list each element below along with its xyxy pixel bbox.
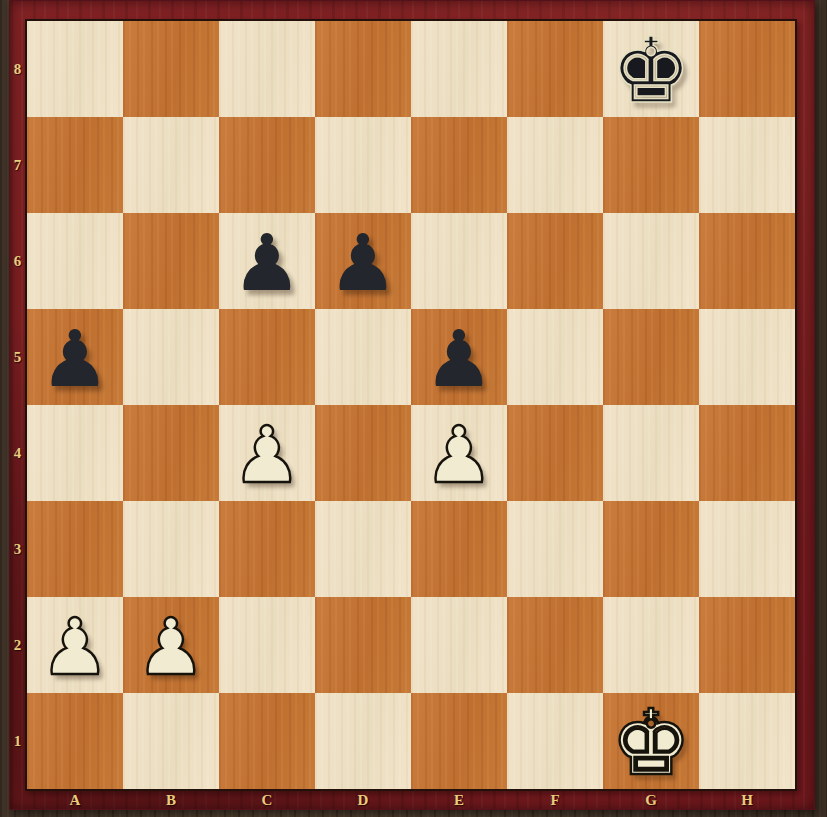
square-f8[interactable]: [507, 21, 603, 117]
square-f4[interactable]: [507, 405, 603, 501]
square-d1[interactable]: [315, 693, 411, 789]
rank-label-4: 4: [10, 405, 25, 501]
square-b4[interactable]: [123, 405, 219, 501]
square-g5[interactable]: [603, 309, 699, 405]
white-pawn[interactable]: ♟: [123, 599, 219, 695]
square-h7[interactable]: [699, 117, 795, 213]
square-a3[interactable]: [27, 501, 123, 597]
white-pawn[interactable]: ♟: [219, 407, 315, 503]
square-a1[interactable]: [27, 693, 123, 789]
square-f1[interactable]: [507, 693, 603, 789]
white-pawn[interactable]: ♟: [411, 407, 507, 503]
black-pawn[interactable]: ♟: [411, 311, 507, 407]
square-e2[interactable]: [411, 597, 507, 693]
square-g3[interactable]: [603, 501, 699, 597]
black-pawn[interactable]: ♟: [27, 311, 123, 407]
square-e7[interactable]: [411, 117, 507, 213]
square-h2[interactable]: [699, 597, 795, 693]
file-label-d: D: [315, 790, 411, 810]
square-b6[interactable]: [123, 213, 219, 309]
white-king[interactable]: ♚: [603, 695, 699, 791]
square-c4[interactable]: ♟: [219, 405, 315, 501]
rank-label-8: 8: [10, 21, 25, 117]
square-b8[interactable]: [123, 21, 219, 117]
square-g2[interactable]: [603, 597, 699, 693]
square-c6[interactable]: ♟: [219, 213, 315, 309]
file-label-c: C: [219, 790, 315, 810]
square-f2[interactable]: [507, 597, 603, 693]
square-d3[interactable]: [315, 501, 411, 597]
square-a6[interactable]: [27, 213, 123, 309]
rank-label-3: 3: [10, 501, 25, 597]
rank-label-2: 2: [10, 597, 25, 693]
square-a8[interactable]: [27, 21, 123, 117]
file-label-g: G: [603, 790, 699, 810]
square-e8[interactable]: [411, 21, 507, 117]
square-h5[interactable]: [699, 309, 795, 405]
square-b7[interactable]: [123, 117, 219, 213]
square-h8[interactable]: [699, 21, 795, 117]
square-g8[interactable]: ♚: [603, 21, 699, 117]
chess-board[interactable]: ♚♟♟♟♟♟♟♟♟♚: [25, 19, 797, 791]
square-a7[interactable]: [27, 117, 123, 213]
file-label-b: B: [123, 790, 219, 810]
square-h6[interactable]: [699, 213, 795, 309]
square-a4[interactable]: [27, 405, 123, 501]
square-d8[interactable]: [315, 21, 411, 117]
black-king[interactable]: ♚: [603, 23, 699, 119]
square-e4[interactable]: ♟: [411, 405, 507, 501]
file-label-e: E: [411, 790, 507, 810]
black-pawn[interactable]: ♟: [315, 215, 411, 311]
square-f6[interactable]: [507, 213, 603, 309]
square-d4[interactable]: [315, 405, 411, 501]
square-f5[interactable]: [507, 309, 603, 405]
file-label-a: A: [27, 790, 123, 810]
square-c8[interactable]: [219, 21, 315, 117]
square-b2[interactable]: ♟: [123, 597, 219, 693]
black-pawn[interactable]: ♟: [219, 215, 315, 311]
square-f3[interactable]: [507, 501, 603, 597]
square-b5[interactable]: [123, 309, 219, 405]
square-b3[interactable]: [123, 501, 219, 597]
rank-label-1: 1: [10, 693, 25, 789]
square-g1[interactable]: ♚: [603, 693, 699, 789]
square-d5[interactable]: [315, 309, 411, 405]
square-d2[interactable]: [315, 597, 411, 693]
square-e3[interactable]: [411, 501, 507, 597]
square-b1[interactable]: [123, 693, 219, 789]
square-c2[interactable]: [219, 597, 315, 693]
square-c7[interactable]: [219, 117, 315, 213]
square-a2[interactable]: ♟: [27, 597, 123, 693]
page-background: ♚♟♟♟♟♟♟♟♟♚ 87654321ABCDEFGH: [0, 0, 827, 817]
square-c1[interactable]: [219, 693, 315, 789]
square-c3[interactable]: [219, 501, 315, 597]
white-pawn[interactable]: ♟: [27, 599, 123, 695]
file-label-h: H: [699, 790, 795, 810]
square-e5[interactable]: ♟: [411, 309, 507, 405]
square-c5[interactable]: [219, 309, 315, 405]
square-h1[interactable]: [699, 693, 795, 789]
file-label-f: F: [507, 790, 603, 810]
square-h4[interactable]: [699, 405, 795, 501]
square-f7[interactable]: [507, 117, 603, 213]
rank-label-7: 7: [10, 117, 25, 213]
square-d7[interactable]: [315, 117, 411, 213]
square-g4[interactable]: [603, 405, 699, 501]
square-e1[interactable]: [411, 693, 507, 789]
square-e6[interactable]: [411, 213, 507, 309]
square-h3[interactable]: [699, 501, 795, 597]
rank-label-6: 6: [10, 213, 25, 309]
square-g7[interactable]: [603, 117, 699, 213]
square-a5[interactable]: ♟: [27, 309, 123, 405]
board-frame: ♚♟♟♟♟♟♟♟♟♚ 87654321ABCDEFGH: [9, 0, 815, 810]
rank-label-5: 5: [10, 309, 25, 405]
square-d6[interactable]: ♟: [315, 213, 411, 309]
square-g6[interactable]: [603, 213, 699, 309]
